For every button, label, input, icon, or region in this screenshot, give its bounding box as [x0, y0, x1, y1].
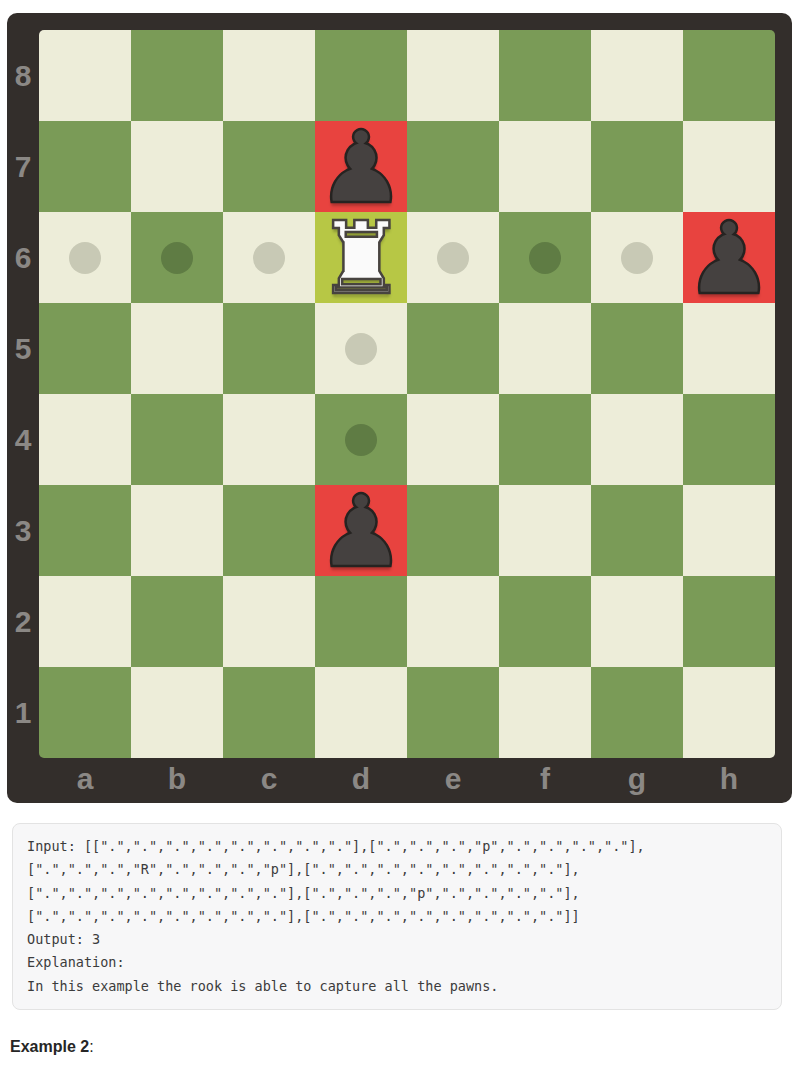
square-a3[interactable] — [39, 485, 131, 576]
square-b8[interactable] — [131, 30, 223, 121]
square-c5[interactable] — [223, 303, 315, 394]
file-label-g: g — [591, 758, 683, 803]
square-b4[interactable] — [131, 394, 223, 485]
square-g3[interactable] — [591, 485, 683, 576]
rank-label-6: 6 — [7, 212, 39, 303]
rank-label-1: 1 — [7, 667, 39, 758]
rank-label-8: 8 — [7, 30, 39, 121]
square-e7[interactable] — [407, 121, 499, 212]
square-b7[interactable] — [131, 121, 223, 212]
square-d3[interactable]: ♟ — [315, 485, 407, 576]
move-dot-a6[interactable] — [69, 242, 101, 274]
square-a2[interactable] — [39, 576, 131, 667]
square-e2[interactable] — [407, 576, 499, 667]
example-2-heading: Example 2: — [10, 1036, 94, 1058]
square-g5[interactable] — [591, 303, 683, 394]
file-label-a: a — [39, 758, 131, 803]
square-e4[interactable] — [407, 394, 499, 485]
rank-label-3: 3 — [7, 485, 39, 576]
square-e8[interactable] — [407, 30, 499, 121]
square-h4[interactable] — [683, 394, 775, 485]
square-f3[interactable] — [499, 485, 591, 576]
move-dot-e6[interactable] — [437, 242, 469, 274]
square-c8[interactable] — [223, 30, 315, 121]
square-g6[interactable] — [591, 212, 683, 303]
square-h3[interactable] — [683, 485, 775, 576]
file-label-b: b — [131, 758, 223, 803]
square-g4[interactable] — [591, 394, 683, 485]
square-h1[interactable] — [683, 667, 775, 758]
move-dot-c6[interactable] — [253, 242, 285, 274]
square-c4[interactable] — [223, 394, 315, 485]
square-d2[interactable] — [315, 576, 407, 667]
square-g2[interactable] — [591, 576, 683, 667]
square-f2[interactable] — [499, 576, 591, 667]
square-a6[interactable] — [39, 212, 131, 303]
rank-label-7: 7 — [7, 121, 39, 212]
file-label-d: d — [315, 758, 407, 803]
move-dot-d5[interactable] — [345, 333, 377, 365]
square-a5[interactable] — [39, 303, 131, 394]
file-label-c: c — [223, 758, 315, 803]
square-h2[interactable] — [683, 576, 775, 667]
square-f1[interactable] — [499, 667, 591, 758]
square-c6[interactable] — [223, 212, 315, 303]
black-pawn-h6[interactable]: ♟ — [684, 209, 774, 309]
square-c3[interactable] — [223, 485, 315, 576]
square-a1[interactable] — [39, 667, 131, 758]
move-dot-g6[interactable] — [621, 242, 653, 274]
rank-label-5: 5 — [7, 303, 39, 394]
input-line-4: [".",".",".",".",".",".",".","."],[".","… — [27, 905, 767, 928]
input-line-2: [".",".",".","R",".",".",".","p"],[".","… — [27, 858, 767, 881]
file-label-f: f — [499, 758, 591, 803]
rank-label-2: 2 — [7, 576, 39, 667]
explanation-text: In this example the rook is able to capt… — [27, 975, 767, 998]
square-b2[interactable] — [131, 576, 223, 667]
square-h6[interactable]: ♟ — [683, 212, 775, 303]
square-b5[interactable] — [131, 303, 223, 394]
move-dot-b6[interactable] — [161, 242, 193, 274]
square-d8[interactable] — [315, 30, 407, 121]
example-1-io-block: Input: [[".",".",".",".",".",".",".","."… — [12, 823, 782, 1010]
rank-label-4: 4 — [7, 394, 39, 485]
example-2-colon: : — [89, 1038, 93, 1055]
square-b6[interactable] — [131, 212, 223, 303]
move-dot-f6[interactable] — [529, 242, 561, 274]
square-c7[interactable] — [223, 121, 315, 212]
square-b3[interactable] — [131, 485, 223, 576]
explanation-label: Explanation: — [27, 951, 767, 974]
square-f6[interactable] — [499, 212, 591, 303]
square-a7[interactable] — [39, 121, 131, 212]
square-e6[interactable] — [407, 212, 499, 303]
square-a4[interactable] — [39, 394, 131, 485]
square-f8[interactable] — [499, 30, 591, 121]
square-h8[interactable] — [683, 30, 775, 121]
square-f4[interactable] — [499, 394, 591, 485]
input-line-1: Input: [[".",".",".",".",".",".",".","."… — [27, 835, 767, 858]
square-e3[interactable] — [407, 485, 499, 576]
square-g7[interactable] — [591, 121, 683, 212]
square-d5[interactable] — [315, 303, 407, 394]
file-label-e: e — [407, 758, 499, 803]
square-f7[interactable] — [499, 121, 591, 212]
square-a8[interactable] — [39, 30, 131, 121]
input-line-3: [".",".",".",".",".",".",".","."],[".","… — [27, 882, 767, 905]
rank-labels: 87654321 — [7, 30, 39, 758]
square-d6[interactable]: ♜ — [315, 212, 407, 303]
square-d1[interactable] — [315, 667, 407, 758]
square-e1[interactable] — [407, 667, 499, 758]
example-2-label: Example 2 — [10, 1038, 89, 1055]
output-line: Output: 3 — [27, 928, 767, 951]
board-grid: ♟♜♟♟ — [39, 30, 775, 758]
square-d7[interactable]: ♟ — [315, 121, 407, 212]
black-pawn-d3[interactable]: ♟ — [316, 482, 406, 582]
file-labels: abcdefgh — [39, 758, 775, 803]
file-label-h: h — [683, 758, 775, 803]
square-h7[interactable] — [683, 121, 775, 212]
square-h5[interactable] — [683, 303, 775, 394]
square-g1[interactable] — [591, 667, 683, 758]
square-g8[interactable] — [591, 30, 683, 121]
move-dot-d4[interactable] — [345, 424, 377, 456]
white-rook-d6[interactable]: ♜ — [316, 209, 406, 309]
square-e5[interactable] — [407, 303, 499, 394]
square-b1[interactable] — [131, 667, 223, 758]
square-c2[interactable] — [223, 576, 315, 667]
square-d4[interactable] — [315, 394, 407, 485]
square-f5[interactable] — [499, 303, 591, 394]
square-c1[interactable] — [223, 667, 315, 758]
chess-board: 87654321 ♟♜♟♟ abcdefgh — [7, 13, 792, 803]
